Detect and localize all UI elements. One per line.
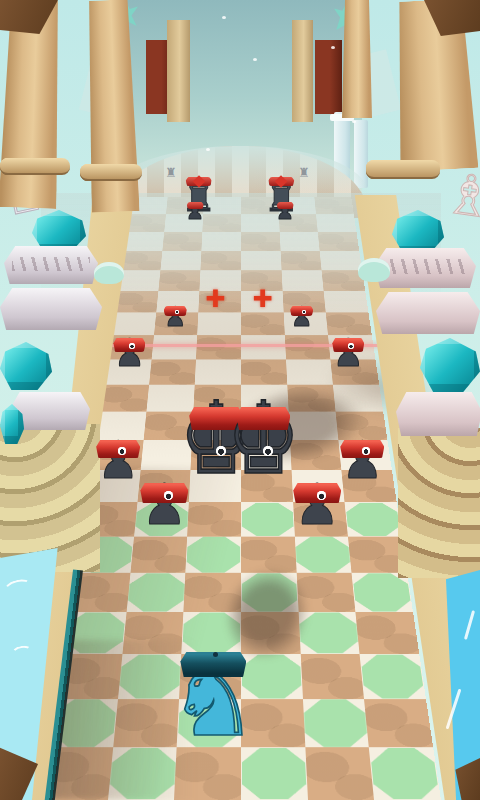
rail-finial-rook: ♜: [298, 166, 310, 179]
sparkle: [222, 16, 226, 19]
board-cell[interactable]: [203, 214, 241, 232]
sparkle: [253, 58, 257, 61]
tower-tier-right: [376, 292, 480, 334]
board-cell[interactable]: [279, 232, 319, 251]
board-cell[interactable]: [283, 313, 328, 336]
board-cell[interactable]: [174, 747, 241, 799]
board-cell[interactable]: [356, 612, 420, 654]
board-cell[interactable]: [197, 313, 241, 336]
board-cell[interactable]: [113, 699, 179, 748]
board-cell[interactable]: [160, 251, 201, 271]
board-cell[interactable]: [166, 197, 204, 214]
highlight-octagon[interactable]: [242, 573, 298, 611]
board-cell[interactable]: [191, 440, 241, 470]
board-cell[interactable]: [241, 270, 282, 291]
board-cell[interactable]: [318, 232, 359, 251]
board-cell[interactable]: [241, 214, 279, 232]
board-cell[interactable]: [196, 335, 241, 359]
board-cell[interactable]: [241, 412, 290, 440]
board-cell[interactable]: [187, 502, 241, 536]
tower-tier-right: [396, 392, 480, 436]
highlight-octagon[interactable]: [360, 654, 425, 698]
highlight-octagon[interactable]: [299, 612, 359, 653]
highlight-octagon[interactable]: [178, 699, 241, 747]
board-cell[interactable]: [201, 251, 241, 271]
board-cell[interactable]: [300, 654, 364, 699]
highlight-octagon[interactable]: [134, 503, 188, 537]
board-cell[interactable]: [316, 214, 356, 232]
board-cell[interactable]: [123, 232, 164, 251]
board-cell[interactable]: [108, 747, 177, 799]
board-cell[interactable]: [156, 291, 200, 313]
board-cell[interactable]: [192, 412, 241, 440]
board-cell[interactable]: [103, 359, 152, 384]
board-cell[interactable]: [134, 502, 189, 536]
rail-foliage-right: [358, 258, 390, 282]
board-cell[interactable]: [293, 502, 348, 536]
rail-finial-rook: ♜: [165, 166, 177, 179]
highlight-octagon[interactable]: [295, 537, 351, 573]
board-cell[interactable]: [241, 699, 305, 748]
board-cell[interactable]: [352, 573, 413, 612]
board-cell[interactable]: [118, 654, 182, 699]
highlight-octagon[interactable]: [186, 537, 240, 573]
board-cell[interactable]: [364, 699, 433, 748]
board-cell[interactable]: [286, 359, 333, 384]
board-cell[interactable]: [149, 359, 196, 384]
board-cell[interactable]: [241, 385, 288, 412]
board-cell[interactable]: [164, 214, 203, 232]
board-cell[interactable]: [179, 654, 241, 699]
board-cell[interactable]: [320, 251, 362, 271]
board-cell[interactable]: [241, 502, 295, 536]
board-cell[interactable]: [336, 412, 388, 440]
board-cell[interactable]: [241, 612, 300, 654]
board-cell[interactable]: [342, 470, 397, 502]
board-cell[interactable]: [202, 232, 241, 251]
board-cell[interactable]: [241, 747, 308, 799]
board-cell[interactable]: [199, 291, 241, 313]
board-cell[interactable]: [241, 232, 280, 251]
board-cell[interactable]: [182, 612, 241, 654]
board-cell[interactable]: [287, 385, 336, 412]
board-cell[interactable]: [146, 385, 195, 412]
board-cell[interactable]: [279, 214, 318, 232]
board-cell[interactable]: [186, 536, 241, 572]
board-cell[interactable]: [158, 270, 200, 291]
board-cell[interactable]: [282, 291, 326, 313]
board-cell[interactable]: [177, 699, 241, 748]
danger-laser-line: [85, 344, 381, 347]
distant-pillar-left: [167, 20, 190, 122]
board-cell[interactable]: [326, 313, 372, 336]
board-cell[interactable]: [189, 470, 241, 502]
board-cell[interactable]: [95, 412, 147, 440]
board-cell[interactable]: [290, 440, 342, 470]
board-cell[interactable]: [295, 536, 352, 572]
board-cell[interactable]: [110, 313, 156, 336]
board-cell[interactable]: [333, 385, 383, 412]
board-cell[interactable]: [298, 612, 360, 654]
board-cell[interactable]: [120, 251, 162, 271]
board-cell[interactable]: [328, 335, 375, 359]
column-right-thin: [342, 0, 372, 118]
board-cell[interactable]: [241, 197, 279, 214]
board-cell[interactable]: [345, 502, 402, 536]
board-cell[interactable]: [140, 440, 192, 470]
board-cell[interactable]: [114, 291, 159, 313]
board-cell[interactable]: [122, 612, 184, 654]
board-cell[interactable]: [303, 699, 369, 748]
highlight-octagon[interactable]: [242, 654, 302, 698]
column-rings: [80, 164, 142, 216]
board-cell[interactable]: [278, 197, 316, 214]
highlight-octagon[interactable]: [370, 748, 440, 799]
tower-tier-left: [0, 288, 102, 330]
highlight-octagon[interactable]: [303, 699, 368, 747]
board-cell[interactable]: [285, 335, 331, 359]
highlight-octagon[interactable]: [108, 748, 176, 799]
column-rings: [366, 160, 440, 218]
board-cell[interactable]: [162, 232, 202, 251]
sparkle: [206, 148, 210, 151]
board-cell[interactable]: [99, 385, 149, 412]
board-cell[interactable]: [324, 291, 369, 313]
board-cell[interactable]: [143, 412, 193, 440]
board-cell[interactable]: [296, 573, 355, 612]
board-cell[interactable]: [241, 291, 283, 313]
board-cell[interactable]: [241, 470, 293, 502]
red-door-right: [315, 40, 342, 114]
board-cell[interactable]: [126, 573, 185, 612]
column-rings: [0, 158, 70, 212]
highlight-octagon[interactable]: [127, 573, 185, 611]
stepped-pedestal-right: [398, 428, 480, 578]
board-cell[interactable]: [369, 747, 441, 799]
board-cell[interactable]: [291, 470, 344, 502]
board-cell[interactable]: [331, 359, 380, 384]
board-cell[interactable]: [130, 536, 187, 572]
board-cell[interactable]: [315, 197, 354, 214]
board-cell[interactable]: [241, 335, 286, 359]
board-cell[interactable]: [200, 270, 241, 291]
board-cell[interactable]: [360, 654, 426, 699]
board-cell[interactable]: [339, 440, 392, 470]
board-cell[interactable]: [288, 412, 338, 440]
board-cell[interactable]: [241, 251, 281, 271]
board-cell[interactable]: [107, 335, 154, 359]
distant-pillar-right: [292, 20, 313, 122]
sparkle: [352, 120, 356, 123]
board-cell[interactable]: [151, 335, 197, 359]
board-cell[interactable]: [241, 313, 285, 336]
board-cell[interactable]: [126, 214, 166, 232]
board-cell[interactable]: [194, 385, 241, 412]
board-cell[interactable]: [137, 470, 190, 502]
tower-tier-left: [4, 246, 98, 284]
board-cell[interactable]: [305, 747, 374, 799]
board-cell[interactable]: [241, 573, 298, 612]
board-cell[interactable]: [203, 197, 241, 214]
highlight-octagon[interactable]: [182, 612, 240, 653]
board-cell[interactable]: [281, 270, 323, 291]
board-cell[interactable]: [241, 536, 296, 572]
highlight-octagon[interactable]: [352, 573, 412, 611]
sparkle: [331, 46, 335, 49]
highlight-octagon[interactable]: [118, 654, 181, 698]
highlight-octagon[interactable]: [241, 503, 294, 537]
highlight-octagon[interactable]: [242, 748, 307, 799]
board-cell[interactable]: [241, 440, 291, 470]
board-cell[interactable]: [241, 359, 287, 384]
board-cell[interactable]: [154, 313, 199, 336]
white-bishop-finial: ♗: [440, 165, 480, 227]
game-scene: ♔ ♗ ♜ ♜ ♜♜♟♟♟♟♟♟♚✚♚✚♟♟♟♟♞: [0, 0, 480, 800]
rail-foliage-left: [94, 262, 124, 284]
board-cell[interactable]: [241, 654, 303, 699]
board-cell[interactable]: [184, 573, 241, 612]
board-cell[interactable]: [280, 251, 321, 271]
highlight-octagon[interactable]: [345, 503, 401, 537]
board-cell[interactable]: [195, 359, 241, 384]
